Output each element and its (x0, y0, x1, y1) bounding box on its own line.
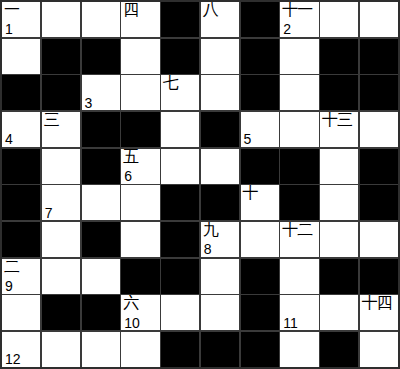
cell-r9c7-black (241, 295, 279, 330)
cell-r6c5-black (161, 185, 199, 220)
cell-r9c8[interactable]: 11 (280, 295, 318, 330)
crossword-board: 一1四八十一23七4三5十三五67十九8十二二9六1011十四12 (0, 0, 400, 369)
clue-marker: 三 (44, 112, 59, 129)
cell-r1c1[interactable]: 一1 (2, 2, 40, 37)
cell-r2c7-black (241, 39, 279, 74)
cell-r4c5[interactable] (161, 112, 199, 147)
cell-r3c10-black (360, 75, 398, 110)
cell-r3c2-black (42, 75, 80, 110)
clue-marker: 一 (4, 2, 19, 19)
cell-r2c2-black (42, 39, 80, 74)
cell-r5c5[interactable] (161, 149, 199, 184)
cell-r4c4-black (121, 112, 159, 147)
cell-r1c8[interactable]: 十一2 (280, 2, 318, 37)
clue-marker: 十二 (282, 222, 312, 239)
cell-r4c2[interactable]: 三 (42, 112, 80, 147)
cell-r7c9[interactable] (320, 222, 358, 257)
cell-r10c6-black (201, 332, 239, 367)
cell-r4c7[interactable]: 5 (241, 112, 279, 147)
clue-number: 4 (5, 132, 13, 147)
cell-r3c4[interactable] (121, 75, 159, 110)
cell-r2c5-black (161, 39, 199, 74)
cell-r1c5-black (161, 2, 199, 37)
cell-r8c7-black (241, 259, 279, 294)
cell-r1c10[interactable] (360, 2, 398, 37)
cell-r8c4-black (121, 259, 159, 294)
cell-r1c2[interactable] (42, 2, 80, 37)
clue-marker: 十四 (362, 295, 392, 312)
cell-r4c3-black (82, 112, 120, 147)
cell-r5c9[interactable] (320, 149, 358, 184)
cell-r7c10[interactable] (360, 222, 398, 257)
cell-r6c8-black (280, 185, 318, 220)
clue-marker: 六 (123, 295, 138, 312)
cell-r3c8[interactable] (280, 75, 318, 110)
cell-r3c3[interactable]: 3 (82, 75, 120, 110)
cell-r4c1[interactable]: 4 (2, 112, 40, 147)
cell-r10c5-black (161, 332, 199, 367)
cell-r7c4[interactable] (121, 222, 159, 257)
cell-r10c7-black (241, 332, 279, 367)
clue-number: 9 (5, 279, 13, 294)
cell-r2c4[interactable] (121, 39, 159, 74)
cell-r4c9[interactable]: 十三 (320, 112, 358, 147)
cell-r1c9[interactable] (320, 2, 358, 37)
clue-number: 8 (204, 242, 212, 257)
cell-r2c8[interactable] (280, 39, 318, 74)
cell-r1c7-black (241, 2, 279, 37)
cell-r7c2[interactable] (42, 222, 80, 257)
cell-r1c6[interactable]: 八 (201, 2, 239, 37)
cell-r6c1-black (2, 185, 40, 220)
clue-number: 10 (124, 316, 140, 331)
cell-r5c2[interactable] (42, 149, 80, 184)
clue-number: 11 (283, 316, 298, 331)
clue-number: 7 (45, 206, 53, 221)
cell-r7c8[interactable]: 十二 (280, 222, 318, 257)
cell-r9c3-black (82, 295, 120, 330)
cell-r8c3[interactable] (82, 259, 120, 294)
cell-r8c10-black (360, 259, 398, 294)
cell-r8c6[interactable] (201, 259, 239, 294)
cell-r5c6[interactable] (201, 149, 239, 184)
cell-r6c2[interactable]: 7 (42, 185, 80, 220)
clue-number: 3 (85, 96, 93, 111)
cell-r9c2-black (42, 295, 80, 330)
cell-r5c1-black (2, 149, 40, 184)
clue-marker: 十三 (322, 112, 352, 129)
cell-r8c2[interactable] (42, 259, 80, 294)
cell-r9c5[interactable] (161, 295, 199, 330)
cell-r3c1-black (2, 75, 40, 110)
cell-r1c4[interactable]: 四 (121, 2, 159, 37)
cell-r6c10-black (360, 185, 398, 220)
cell-r8c1[interactable]: 二9 (2, 259, 40, 294)
clue-marker: 四 (123, 2, 138, 19)
cell-r9c1[interactable] (2, 295, 40, 330)
cell-r9c6[interactable] (201, 295, 239, 330)
crossword-puzzle: 一1四八十一23七4三5十三五67十九8十二二9六1011十四12 (0, 0, 400, 369)
cell-r8c9-black (320, 259, 358, 294)
cell-r9c4[interactable]: 六10 (121, 295, 159, 330)
cell-r3c6[interactable] (201, 75, 239, 110)
cell-r7c3-black (82, 222, 120, 257)
cell-r8c8[interactable] (280, 259, 318, 294)
clue-number: 5 (244, 132, 252, 147)
cell-r2c3-black (82, 39, 120, 74)
cell-r2c10-black (360, 39, 398, 74)
cell-r7c5-black (161, 222, 199, 257)
cell-r7c1-black (2, 222, 40, 257)
cell-r4c6-black (201, 112, 239, 147)
clue-number: 6 (124, 169, 132, 184)
cell-r9c10[interactable]: 十四 (360, 295, 398, 330)
clue-number: 1 (5, 22, 13, 37)
cell-r4c8[interactable] (280, 112, 318, 147)
cell-r10c1[interactable]: 12 (2, 332, 40, 367)
cell-r3c5[interactable]: 七 (161, 75, 199, 110)
clue-number: 2 (283, 22, 291, 37)
cell-r2c6[interactable] (201, 39, 239, 74)
cell-r8c5-black (161, 259, 199, 294)
cell-r5c4[interactable]: 五6 (121, 149, 159, 184)
cell-r5c3-black (82, 149, 120, 184)
cell-r6c6-black (201, 185, 239, 220)
cell-r9c9[interactable] (320, 295, 358, 330)
cell-r2c1[interactable] (2, 39, 40, 74)
cell-r6c7[interactable]: 十 (241, 185, 279, 220)
clue-marker: 五 (123, 149, 138, 166)
clue-marker: 七 (163, 75, 178, 92)
cell-r3c9-black (320, 75, 358, 110)
cell-r10c10[interactable] (360, 332, 398, 367)
cell-r10c9-black (320, 332, 358, 367)
cell-r5c7-black (241, 149, 279, 184)
cell-r5c10-black (360, 149, 398, 184)
cell-r7c7[interactable] (241, 222, 279, 257)
cell-r5c8-black (280, 149, 318, 184)
cell-r10c2[interactable] (42, 332, 80, 367)
cell-r3c7-black (241, 75, 279, 110)
cell-r6c9[interactable] (320, 185, 358, 220)
cell-r4c10[interactable] (360, 112, 398, 147)
clue-marker: 二 (4, 259, 19, 276)
clue-marker: 九 (203, 222, 218, 239)
clue-marker: 十 (243, 185, 258, 202)
cell-r10c4[interactable] (121, 332, 159, 367)
cell-r10c8[interactable] (280, 332, 318, 367)
clue-number: 12 (5, 352, 21, 367)
clue-marker: 十一 (282, 2, 312, 19)
cell-r2c9-black (320, 39, 358, 74)
cell-r10c3[interactable] (82, 332, 120, 367)
cell-r6c4[interactable] (121, 185, 159, 220)
cell-r7c6[interactable]: 九8 (201, 222, 239, 257)
cell-r6c3[interactable] (82, 185, 120, 220)
cell-r1c3[interactable] (82, 2, 120, 37)
clue-marker: 八 (203, 2, 218, 19)
